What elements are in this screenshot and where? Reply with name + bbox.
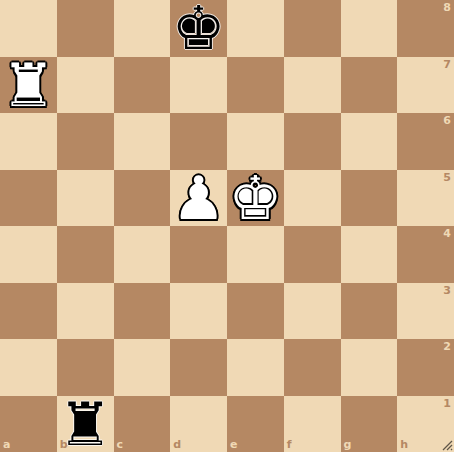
square-b8[interactable]	[57, 0, 114, 57]
square-e4[interactable]	[227, 226, 284, 283]
square-a2[interactable]	[0, 339, 57, 396]
file-label-f: f	[287, 439, 292, 450]
file-label-c: c	[117, 439, 124, 450]
rank-label-6: 6	[443, 115, 451, 126]
square-c6[interactable]	[114, 113, 171, 170]
square-e8[interactable]	[227, 0, 284, 57]
black-king-d8[interactable]: ♚	[170, 0, 227, 57]
square-f7[interactable]	[284, 57, 341, 114]
square-h8[interactable]: 8	[397, 0, 454, 57]
square-f6[interactable]	[284, 113, 341, 170]
square-g7[interactable]	[341, 57, 398, 114]
square-b4[interactable]	[57, 226, 114, 283]
square-a4[interactable]	[0, 226, 57, 283]
square-f4[interactable]	[284, 226, 341, 283]
square-e3[interactable]	[227, 283, 284, 340]
rank-label-3: 3	[443, 285, 451, 296]
white-rook-a7[interactable]: ♜	[0, 57, 57, 114]
chess-board: 8765432abcdefgh1♚♜♟♚♜	[0, 0, 454, 452]
square-a5[interactable]	[0, 170, 57, 227]
square-g8[interactable]	[341, 0, 398, 57]
square-h3[interactable]: 3	[397, 283, 454, 340]
board-resize-grip-icon[interactable]	[442, 440, 453, 451]
square-d6[interactable]	[170, 113, 227, 170]
square-b5[interactable]	[57, 170, 114, 227]
file-label-h: h	[400, 439, 408, 450]
square-d3[interactable]	[170, 283, 227, 340]
square-c1[interactable]: c	[114, 396, 171, 452]
file-label-d: d	[173, 439, 181, 450]
black-rook-b1[interactable]: ♜	[57, 396, 114, 452]
square-g1[interactable]: g	[341, 396, 398, 452]
square-g3[interactable]	[341, 283, 398, 340]
white-king-e5[interactable]: ♚	[227, 170, 284, 227]
square-f2[interactable]	[284, 339, 341, 396]
square-a8[interactable]	[0, 0, 57, 57]
square-h6[interactable]: 6	[397, 113, 454, 170]
square-f5[interactable]	[284, 170, 341, 227]
square-b2[interactable]	[57, 339, 114, 396]
rank-label-2: 2	[443, 341, 451, 352]
file-label-g: g	[344, 439, 352, 450]
square-c7[interactable]	[114, 57, 171, 114]
file-label-a: a	[3, 439, 10, 450]
rank-label-7: 7	[443, 59, 451, 70]
square-a1[interactable]: a	[0, 396, 57, 452]
square-g4[interactable]	[341, 226, 398, 283]
square-f8[interactable]	[284, 0, 341, 57]
rank-label-1: 1	[443, 398, 451, 409]
square-e6[interactable]	[227, 113, 284, 170]
square-h5[interactable]: 5	[397, 170, 454, 227]
square-h4[interactable]: 4	[397, 226, 454, 283]
square-d2[interactable]	[170, 339, 227, 396]
square-f3[interactable]	[284, 283, 341, 340]
square-b6[interactable]	[57, 113, 114, 170]
square-a3[interactable]	[0, 283, 57, 340]
square-d4[interactable]	[170, 226, 227, 283]
white-pawn-d5[interactable]: ♟	[170, 170, 227, 227]
square-h7[interactable]: 7	[397, 57, 454, 114]
square-d7[interactable]	[170, 57, 227, 114]
file-label-e: e	[230, 439, 237, 450]
square-c3[interactable]	[114, 283, 171, 340]
square-b7[interactable]	[57, 57, 114, 114]
square-a6[interactable]	[0, 113, 57, 170]
square-e7[interactable]	[227, 57, 284, 114]
square-h2[interactable]: 2	[397, 339, 454, 396]
rank-label-5: 5	[443, 172, 451, 183]
rank-label-8: 8	[443, 2, 451, 13]
rank-label-4: 4	[443, 228, 451, 239]
square-d1[interactable]: d	[170, 396, 227, 452]
square-c8[interactable]	[114, 0, 171, 57]
square-e2[interactable]	[227, 339, 284, 396]
square-f1[interactable]: f	[284, 396, 341, 452]
square-c4[interactable]	[114, 226, 171, 283]
square-c5[interactable]	[114, 170, 171, 227]
square-g5[interactable]	[341, 170, 398, 227]
square-b3[interactable]	[57, 283, 114, 340]
square-e1[interactable]: e	[227, 396, 284, 452]
square-g6[interactable]	[341, 113, 398, 170]
square-c2[interactable]	[114, 339, 171, 396]
square-g2[interactable]	[341, 339, 398, 396]
